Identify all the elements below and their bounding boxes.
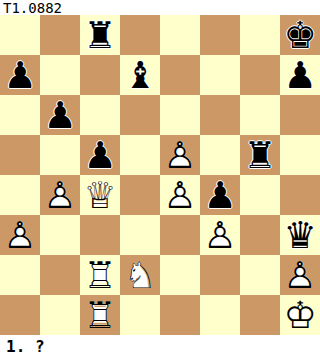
square-b8[interactable] <box>40 15 80 55</box>
square-c5[interactable]: ♟ <box>80 135 120 175</box>
piece-black-pawn[interactable]: ♟ <box>200 175 240 215</box>
square-f6[interactable] <box>200 95 240 135</box>
square-f3[interactable]: ♟♙ <box>200 215 240 255</box>
piece-white-pawn[interactable]: ♟♙ <box>40 175 80 215</box>
square-g1[interactable] <box>240 295 280 335</box>
square-h6[interactable] <box>280 95 320 135</box>
piece-white-pawn[interactable]: ♟♙ <box>0 215 40 255</box>
square-c7[interactable] <box>80 55 120 95</box>
square-b2[interactable] <box>40 255 80 295</box>
square-g5[interactable]: ♜ <box>240 135 280 175</box>
square-a6[interactable] <box>0 95 40 135</box>
move-prompt: 1. ? <box>6 337 45 356</box>
square-g3[interactable] <box>240 215 280 255</box>
square-c1[interactable]: ♜♖ <box>80 295 120 335</box>
square-a5[interactable] <box>0 135 40 175</box>
square-g6[interactable] <box>240 95 280 135</box>
square-a1[interactable] <box>0 295 40 335</box>
square-a2[interactable] <box>0 255 40 295</box>
piece-white-knight[interactable]: ♞♘ <box>120 255 160 295</box>
square-h1[interactable]: ♚♔ <box>280 295 320 335</box>
piece-black-rook[interactable]: ♜ <box>240 135 280 175</box>
square-c6[interactable] <box>80 95 120 135</box>
square-b7[interactable] <box>40 55 80 95</box>
square-c2[interactable]: ♜♖ <box>80 255 120 295</box>
square-g7[interactable] <box>240 55 280 95</box>
piece-white-pawn[interactable]: ♟♙ <box>200 215 240 255</box>
square-g2[interactable] <box>240 255 280 295</box>
piece-black-rook[interactable]: ♜ <box>80 15 120 55</box>
piece-white-rook[interactable]: ♜♖ <box>80 295 120 335</box>
piece-white-queen[interactable]: ♛♕ <box>80 175 120 215</box>
square-f8[interactable] <box>200 15 240 55</box>
piece-white-pawn[interactable]: ♟♙ <box>160 175 200 215</box>
square-a8[interactable] <box>0 15 40 55</box>
square-d3[interactable] <box>120 215 160 255</box>
square-e8[interactable] <box>160 15 200 55</box>
square-h4[interactable] <box>280 175 320 215</box>
square-d8[interactable] <box>120 15 160 55</box>
square-h3[interactable]: ♛ <box>280 215 320 255</box>
square-c3[interactable] <box>80 215 120 255</box>
square-b6[interactable]: ♟ <box>40 95 80 135</box>
square-f4[interactable]: ♟ <box>200 175 240 215</box>
chess-board: ♜♚♟♝♟♟♟♟♙♜♟♙♛♕♟♙♟♟♙♟♙♛♜♖♞♘♟♙♜♖♚♔ <box>0 15 320 335</box>
square-d7[interactable]: ♝ <box>120 55 160 95</box>
square-e7[interactable] <box>160 55 200 95</box>
square-f2[interactable] <box>200 255 240 295</box>
square-f1[interactable] <box>200 295 240 335</box>
piece-black-king[interactable]: ♚ <box>280 15 320 55</box>
square-a7[interactable]: ♟ <box>0 55 40 95</box>
square-e5[interactable]: ♟♙ <box>160 135 200 175</box>
square-e4[interactable]: ♟♙ <box>160 175 200 215</box>
piece-white-king[interactable]: ♚♔ <box>280 295 320 335</box>
square-g4[interactable] <box>240 175 280 215</box>
square-g8[interactable] <box>240 15 280 55</box>
square-f7[interactable] <box>200 55 240 95</box>
square-b5[interactable] <box>40 135 80 175</box>
piece-black-pawn[interactable]: ♟ <box>40 95 80 135</box>
piece-white-rook[interactable]: ♜♖ <box>80 255 120 295</box>
piece-black-bishop[interactable]: ♝ <box>120 55 160 95</box>
piece-black-pawn[interactable]: ♟ <box>0 55 40 95</box>
square-e6[interactable] <box>160 95 200 135</box>
square-a3[interactable]: ♟♙ <box>0 215 40 255</box>
square-f5[interactable] <box>200 135 240 175</box>
square-d6[interactable] <box>120 95 160 135</box>
square-c8[interactable]: ♜ <box>80 15 120 55</box>
square-a4[interactable] <box>0 175 40 215</box>
piece-black-queen[interactable]: ♛ <box>280 215 320 255</box>
square-h5[interactable] <box>280 135 320 175</box>
square-b4[interactable]: ♟♙ <box>40 175 80 215</box>
square-h7[interactable]: ♟ <box>280 55 320 95</box>
square-h2[interactable]: ♟♙ <box>280 255 320 295</box>
square-b3[interactable] <box>40 215 80 255</box>
square-d2[interactable]: ♞♘ <box>120 255 160 295</box>
square-b1[interactable] <box>40 295 80 335</box>
piece-black-pawn[interactable]: ♟ <box>80 135 120 175</box>
puzzle-id: T1.0882 <box>3 1 62 15</box>
square-e1[interactable] <box>160 295 200 335</box>
square-d4[interactable] <box>120 175 160 215</box>
square-h8[interactable]: ♚ <box>280 15 320 55</box>
square-d5[interactable] <box>120 135 160 175</box>
square-e2[interactable] <box>160 255 200 295</box>
piece-white-pawn[interactable]: ♟♙ <box>160 135 200 175</box>
square-d1[interactable] <box>120 295 160 335</box>
square-e3[interactable] <box>160 215 200 255</box>
piece-black-pawn[interactable]: ♟ <box>280 55 320 95</box>
square-c4[interactable]: ♛♕ <box>80 175 120 215</box>
piece-white-pawn[interactable]: ♟♙ <box>280 255 320 295</box>
